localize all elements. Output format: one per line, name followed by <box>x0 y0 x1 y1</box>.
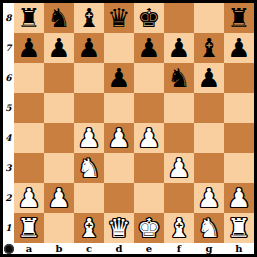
square-b7[interactable]: ♟ <box>44 33 74 63</box>
black-pawn-a7: ♟ <box>17 35 40 61</box>
square-h3[interactable] <box>224 153 254 183</box>
square-h2[interactable]: ♟ <box>224 183 254 213</box>
black-pawn-d6: ♟ <box>107 65 130 91</box>
black-rook-h8: ♜ <box>227 5 250 31</box>
square-a3[interactable] <box>14 153 44 183</box>
square-b3[interactable] <box>44 153 74 183</box>
square-a1[interactable]: ♜ <box>14 213 44 243</box>
square-f6[interactable]: ♞ <box>164 63 194 93</box>
square-f2[interactable] <box>164 183 194 213</box>
white-pawn-e4: ♟ <box>137 125 160 151</box>
black-knight-b8: ♞ <box>47 5 70 31</box>
square-f1[interactable]: ♝ <box>164 213 194 243</box>
square-h5[interactable] <box>224 93 254 123</box>
board-corner <box>3 243 14 254</box>
square-g7[interactable]: ♝ <box>194 33 224 63</box>
rank-label-4: 4 <box>3 123 14 153</box>
black-pawn-e7: ♟ <box>137 35 160 61</box>
black-knight-f6: ♞ <box>167 65 190 91</box>
square-g6[interactable]: ♟ <box>194 63 224 93</box>
square-d6[interactable]: ♟ <box>104 63 134 93</box>
white-rook-a1: ♜ <box>17 215 40 241</box>
square-c4[interactable]: ♟ <box>74 123 104 153</box>
white-queen-d1: ♛ <box>107 215 130 241</box>
square-d5[interactable] <box>104 93 134 123</box>
white-bishop-c1: ♝ <box>77 215 100 241</box>
square-d1[interactable]: ♛ <box>104 213 134 243</box>
square-h8[interactable]: ♜ <box>224 3 254 33</box>
square-b2[interactable]: ♟ <box>44 183 74 213</box>
black-pawn-h7: ♟ <box>227 35 250 61</box>
square-g4[interactable] <box>194 123 224 153</box>
square-g1[interactable]: ♞ <box>194 213 224 243</box>
file-label-e: e <box>134 243 164 254</box>
black-pawn-f7: ♟ <box>167 35 190 61</box>
square-d8[interactable]: ♛ <box>104 3 134 33</box>
file-label-b: b <box>44 243 74 254</box>
square-c5[interactable] <box>74 93 104 123</box>
square-b1[interactable] <box>44 213 74 243</box>
square-f5[interactable] <box>164 93 194 123</box>
square-h4[interactable] <box>224 123 254 153</box>
square-b5[interactable] <box>44 93 74 123</box>
white-king-e1: ♚ <box>137 215 160 241</box>
square-d2[interactable] <box>104 183 134 213</box>
black-rook-a8: ♜ <box>17 5 40 31</box>
square-h7[interactable]: ♟ <box>224 33 254 63</box>
chess-board: 8♜♞♝♛♚♜7♟♟♟♟♟♝♟6♟♞♟54♟♟♟3♞♟2♟♟♟♟1♜♝♛♚♝♞♜… <box>0 0 257 257</box>
square-b6[interactable] <box>44 63 74 93</box>
black-king-e8: ♚ <box>137 5 160 31</box>
square-c1[interactable]: ♝ <box>74 213 104 243</box>
square-h6[interactable] <box>224 63 254 93</box>
square-e1[interactable]: ♚ <box>134 213 164 243</box>
white-bishop-f1: ♝ <box>167 215 190 241</box>
rank-label-8: 8 <box>3 3 14 33</box>
square-f8[interactable] <box>164 3 194 33</box>
file-label-f: f <box>164 243 194 254</box>
rank-label-7: 7 <box>3 33 14 63</box>
square-d7[interactable] <box>104 33 134 63</box>
file-label-c: c <box>74 243 104 254</box>
square-a5[interactable] <box>14 93 44 123</box>
white-knight-c3: ♞ <box>77 155 100 181</box>
white-pawn-d4: ♟ <box>107 125 130 151</box>
rank-label-2: 2 <box>3 183 14 213</box>
square-a2[interactable]: ♟ <box>14 183 44 213</box>
square-g3[interactable] <box>194 153 224 183</box>
square-c8[interactable]: ♝ <box>74 3 104 33</box>
square-g8[interactable] <box>194 3 224 33</box>
square-e7[interactable]: ♟ <box>134 33 164 63</box>
black-bishop-c8: ♝ <box>77 5 100 31</box>
square-c7[interactable]: ♟ <box>74 33 104 63</box>
white-pawn-b2: ♟ <box>47 185 70 211</box>
square-d3[interactable] <box>104 153 134 183</box>
square-e5[interactable] <box>134 93 164 123</box>
rank-label-6: 6 <box>3 63 14 93</box>
white-pawn-g2: ♟ <box>197 185 220 211</box>
square-c6[interactable] <box>74 63 104 93</box>
square-e6[interactable] <box>134 63 164 93</box>
file-label-d: d <box>104 243 134 254</box>
square-d4[interactable]: ♟ <box>104 123 134 153</box>
square-a6[interactable] <box>14 63 44 93</box>
file-label-a: a <box>14 243 44 254</box>
square-e2[interactable] <box>134 183 164 213</box>
black-queen-d8: ♛ <box>107 5 130 31</box>
white-pawn-h2: ♟ <box>227 185 250 211</box>
square-b8[interactable]: ♞ <box>44 3 74 33</box>
square-b4[interactable] <box>44 123 74 153</box>
rank-label-3: 3 <box>3 153 14 183</box>
square-g5[interactable] <box>194 93 224 123</box>
white-pawn-c4: ♟ <box>77 125 100 151</box>
file-label-h: h <box>224 243 254 254</box>
white-pawn-a2: ♟ <box>17 185 40 211</box>
white-pawn-f3: ♟ <box>167 155 190 181</box>
white-rook-h1: ♜ <box>227 215 250 241</box>
square-c3[interactable]: ♞ <box>74 153 104 183</box>
square-h1[interactable]: ♜ <box>224 213 254 243</box>
square-f7[interactable]: ♟ <box>164 33 194 63</box>
black-pawn-g6: ♟ <box>197 65 220 91</box>
square-e4[interactable]: ♟ <box>134 123 164 153</box>
rank-label-5: 5 <box>3 93 14 123</box>
square-c2[interactable] <box>74 183 104 213</box>
square-e8[interactable]: ♚ <box>134 3 164 33</box>
square-a4[interactable] <box>14 123 44 153</box>
square-f3[interactable]: ♟ <box>164 153 194 183</box>
file-label-g: g <box>194 243 224 254</box>
black-pawn-b7: ♟ <box>47 35 70 61</box>
square-a7[interactable]: ♟ <box>14 33 44 63</box>
square-e3[interactable] <box>134 153 164 183</box>
square-g2[interactable]: ♟ <box>194 183 224 213</box>
white-knight-g1: ♞ <box>197 215 220 241</box>
square-f4[interactable] <box>164 123 194 153</box>
square-a8[interactable]: ♜ <box>14 3 44 33</box>
turn-indicator-black-to-move <box>4 244 14 254</box>
black-pawn-c7: ♟ <box>77 35 100 61</box>
black-bishop-g7: ♝ <box>197 35 220 61</box>
rank-label-1: 1 <box>3 213 14 243</box>
